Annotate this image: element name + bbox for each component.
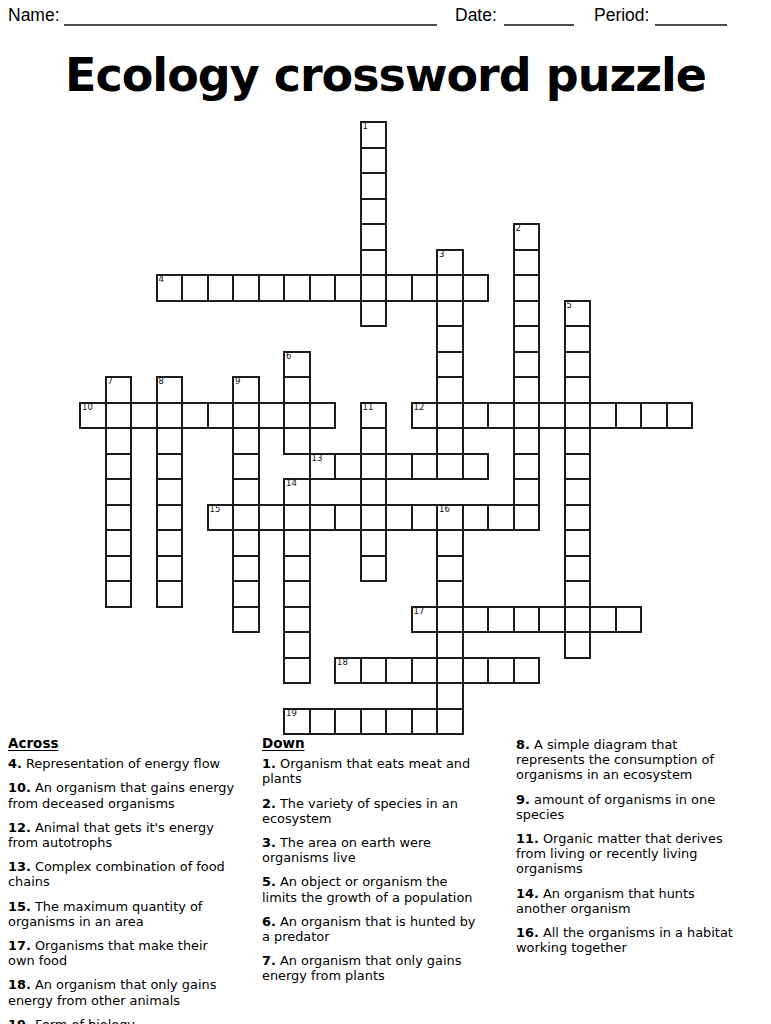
- grid-cell-r6c4[interactable]: [182, 275, 208, 301]
- grid-cell-r11c4[interactable]: [182, 403, 208, 429]
- grid-cell-r11c7[interactable]: [259, 403, 285, 429]
- grid-cell-r11c1[interactable]: [106, 403, 132, 429]
- clue-number-label: 19.: [8, 1017, 31, 1024]
- grid-cell-r11c21[interactable]: [616, 403, 642, 429]
- down-heading: Down: [262, 736, 514, 751]
- grid-cell-r3c11[interactable]: [361, 199, 387, 225]
- grid-cell-r10c14[interactable]: [437, 377, 463, 403]
- clue-7: 7. An organism that only gains energy fr…: [262, 953, 514, 983]
- clue-number-5: 5: [567, 300, 572, 310]
- grid-cell-r5c14[interactable]: 3: [437, 250, 463, 276]
- grid-cell-r13c19[interactable]: [565, 454, 591, 480]
- grid-cell-r16c14[interactable]: [437, 530, 463, 556]
- clue-text: Representation of energy flow: [26, 756, 220, 771]
- clue-text: All the organisms in a habitat working t…: [516, 925, 733, 955]
- grid-cell-r14c19[interactable]: [565, 479, 591, 505]
- clue-11: 11. Organic matter that derives from liv…: [516, 831, 770, 877]
- name-blank-line[interactable]: [64, 6, 437, 26]
- grid-cell-r20c14[interactable]: [437, 632, 463, 658]
- grid-cell-r10c19[interactable]: [565, 377, 591, 403]
- grid-cell-r11c15[interactable]: [463, 403, 489, 429]
- grid-cell-r15c9[interactable]: [310, 505, 336, 531]
- clue-number-7: 7: [108, 376, 113, 386]
- clue-number-label: 13.: [8, 859, 31, 874]
- grid-cell-r6c12[interactable]: [386, 275, 412, 301]
- grid-cell-r17c19[interactable]: [565, 556, 591, 582]
- grid-cell-r7c17[interactable]: [514, 301, 540, 327]
- grid-cell-r11c6[interactable]: [233, 403, 259, 429]
- grid-cell-r11c19[interactable]: [565, 403, 591, 429]
- down-clues-column-1: Down 1. Organism that eats meat and plan…: [262, 736, 514, 993]
- grid-cell-r6c15[interactable]: [463, 275, 489, 301]
- grid-cell-r6c17[interactable]: [514, 275, 540, 301]
- grid-cell-r15c3[interactable]: [157, 505, 183, 531]
- grid-cell-r19c16[interactable]: [488, 607, 514, 633]
- clue-number-13: 13: [312, 453, 323, 463]
- grid-cell-r11c18[interactable]: [539, 403, 565, 429]
- clue-6: 6. An organism that is hunted by a preda…: [262, 914, 514, 944]
- grid-cell-r15c5[interactable]: 15: [208, 505, 234, 531]
- grid-cell-r7c14[interactable]: [437, 301, 463, 327]
- grid-cell-r11c3[interactable]: [157, 403, 183, 429]
- name-label: Name:: [8, 5, 60, 26]
- clue-19: 19. Form of biology: [8, 1017, 258, 1024]
- grid-cell-r21c10[interactable]: 18: [335, 658, 361, 684]
- clue-number-18: 18: [337, 657, 348, 667]
- grid-cell-r0c11[interactable]: 1: [361, 122, 387, 148]
- grid-cell-r23c13[interactable]: [412, 709, 438, 735]
- grid-cell-r14c11[interactable]: [361, 479, 387, 505]
- clue-2: 2. The variety of species in an ecosyste…: [262, 796, 514, 826]
- grid-cell-r10c8[interactable]: [284, 377, 310, 403]
- grid-cell-r15c14[interactable]: 16: [437, 505, 463, 531]
- grid-cell-r6c8[interactable]: [284, 275, 310, 301]
- clue-4: 4. Representation of energy flow: [8, 756, 258, 771]
- grid-cell-r12c19[interactable]: [565, 428, 591, 454]
- grid-cell-r9c17[interactable]: [514, 352, 540, 378]
- grid-cell-r10c6[interactable]: 9: [233, 377, 259, 403]
- clue-text: Complex combination of food chains: [8, 859, 225, 889]
- grid-cell-r15c19[interactable]: [565, 505, 591, 531]
- grid-cell-r14c1[interactable]: [106, 479, 132, 505]
- clue-18: 18. An organism that only gains energy f…: [8, 977, 258, 1007]
- clue-number-9: 9: [235, 376, 240, 386]
- clue-number-label: 18.: [8, 977, 31, 992]
- grid-cell-r13c17[interactable]: [514, 454, 540, 480]
- clue-1: 1. Organism that eats meat and plants: [262, 756, 514, 786]
- grid-cell-r12c8[interactable]: [284, 428, 310, 454]
- clue-number-label: 1.: [262, 756, 276, 771]
- clue-text: An organism that hunts another organism: [516, 886, 695, 916]
- clue-number-label: 6.: [262, 914, 276, 929]
- grid-cell-r23c10[interactable]: [335, 709, 361, 735]
- grid-cell-r13c15[interactable]: [463, 454, 489, 480]
- clue-number-label: 4.: [8, 756, 22, 771]
- clue-number-16: 16: [439, 504, 450, 514]
- clue-number-17: 17: [414, 606, 425, 616]
- grid-cell-r15c16[interactable]: [488, 505, 514, 531]
- grid-cell-r9c19[interactable]: [565, 352, 591, 378]
- grid-cell-r16c1[interactable]: [106, 530, 132, 556]
- clue-text: The maximum quantity of organisms in an …: [8, 899, 202, 929]
- grid-cell-r6c10[interactable]: [335, 275, 361, 301]
- grid-cell-r6c9[interactable]: [310, 275, 336, 301]
- clue-number-3: 3: [439, 249, 444, 259]
- grid-cell-r5c11[interactable]: [361, 250, 387, 276]
- clue-number-label: 2.: [262, 796, 276, 811]
- grid-cell-r16c19[interactable]: [565, 530, 591, 556]
- clue-text: An organism that only gains energy from …: [262, 953, 461, 983]
- across-clues-column: Across 4. Representation of energy flow1…: [8, 736, 258, 1024]
- grid-cell-r15c11[interactable]: [361, 505, 387, 531]
- clue-17: 17. Organisms that make their own food: [8, 938, 258, 968]
- grid-cell-r12c3[interactable]: [157, 428, 183, 454]
- grid-cell-r21c14[interactable]: [437, 658, 463, 684]
- page-title: Ecology crossword puzzle: [0, 46, 771, 104]
- grid-cell-r12c6[interactable]: [233, 428, 259, 454]
- grid-cell-r11c14[interactable]: [437, 403, 463, 429]
- grid-cell-r17c6[interactable]: [233, 556, 259, 582]
- grid-cell-r13c11[interactable]: [361, 454, 387, 480]
- grid-cell-r13c14[interactable]: [437, 454, 463, 480]
- grid-cell-r6c7[interactable]: [259, 275, 285, 301]
- grid-cell-r18c1[interactable]: [106, 581, 132, 607]
- clue-number-label: 7.: [262, 953, 276, 968]
- grid-cell-r11c17[interactable]: [514, 403, 540, 429]
- grid-cell-r5c17[interactable]: [514, 250, 540, 276]
- grid-cell-r6c11[interactable]: [361, 275, 387, 301]
- clue-5: 5. An object or organism the limits the …: [262, 874, 514, 904]
- grid-cell-r23c8[interactable]: 19: [284, 709, 310, 735]
- clue-number-15: 15: [210, 504, 221, 514]
- grid-cell-r7c11[interactable]: [361, 301, 387, 327]
- grid-cell-r21c8[interactable]: [284, 658, 310, 684]
- grid-cell-r18c8[interactable]: [284, 581, 310, 607]
- grid-cell-r6c13[interactable]: [412, 275, 438, 301]
- clue-text: amount of organisms in one species: [516, 792, 715, 822]
- grid-cell-r11c22[interactable]: [641, 403, 667, 429]
- grid-cell-r15c1[interactable]: [106, 505, 132, 531]
- clue-number-label: 12.: [8, 820, 31, 835]
- clue-3: 3. The area on earth were organisms live: [262, 835, 514, 865]
- grid-cell-r19c17[interactable]: [514, 607, 540, 633]
- grid-cell-r19c14[interactable]: [437, 607, 463, 633]
- grid-cell-r15c6[interactable]: [233, 505, 259, 531]
- clue-10: 10. An organism that gains energy from d…: [8, 780, 258, 810]
- clue-text: An organism that gains energy from decea…: [8, 780, 234, 810]
- grid-cell-r10c17[interactable]: [514, 377, 540, 403]
- down-clues-column-2: 8. A simple diagram that represents the …: [516, 737, 770, 964]
- grid-cell-r19c8[interactable]: [284, 607, 310, 633]
- grid-cell-r12c11[interactable]: [361, 428, 387, 454]
- grid-cell-r9c14[interactable]: [437, 352, 463, 378]
- clue-number-label: 17.: [8, 938, 31, 953]
- grid-cell-r10c1[interactable]: 7: [106, 377, 132, 403]
- across-heading: Across: [8, 736, 258, 751]
- grid-cell-r18c14[interactable]: [437, 581, 463, 607]
- grid-cell-r15c8[interactable]: [284, 505, 310, 531]
- clue-12: 12. Animal that gets it's energy from au…: [8, 820, 258, 850]
- grid-cell-r18c3[interactable]: [157, 581, 183, 607]
- clue-text: Organisms that make their own food: [8, 938, 208, 968]
- clue-14: 14. An organism that hunts another organ…: [516, 886, 770, 916]
- grid-cell-r1c11[interactable]: [361, 148, 387, 174]
- grid-cell-r16c11[interactable]: [361, 530, 387, 556]
- grid-cell-r13c6[interactable]: [233, 454, 259, 480]
- grid-cell-r11c20[interactable]: [590, 403, 616, 429]
- grid-cell-r11c23[interactable]: [667, 403, 693, 429]
- grid-cell-r17c1[interactable]: [106, 556, 132, 582]
- grid-cell-r8c19[interactable]: [565, 326, 591, 352]
- grid-cell-r15c12[interactable]: [386, 505, 412, 531]
- clue-number-11: 11: [363, 402, 374, 412]
- grid-cell-r16c8[interactable]: [284, 530, 310, 556]
- down-clue-list-1: 1. Organism that eats meat and plants2. …: [262, 756, 514, 983]
- grid-cell-r11c16[interactable]: [488, 403, 514, 429]
- clue-number-12: 12: [414, 402, 425, 412]
- grid-cell-r18c19[interactable]: [565, 581, 591, 607]
- grid-cell-r14c17[interactable]: [514, 479, 540, 505]
- grid-cell-r14c8[interactable]: 14: [284, 479, 310, 505]
- clue-text: An object or organism the limits the gro…: [262, 874, 473, 904]
- crossword-worksheet: Name: Date: Period: Ecology crossword pu…: [0, 0, 771, 1024]
- grid-cell-r15c10[interactable]: [335, 505, 361, 531]
- grid-cell-r11c0[interactable]: 10: [80, 403, 106, 429]
- grid-cell-r21c11[interactable]: [361, 658, 387, 684]
- clue-number-label: 14.: [516, 886, 539, 901]
- grid-cell-r23c11[interactable]: [361, 709, 387, 735]
- grid-cell-r23c12[interactable]: [386, 709, 412, 735]
- grid-cell-r17c11[interactable]: [361, 556, 387, 582]
- grid-cell-r2c11[interactable]: [361, 173, 387, 199]
- clue-number-label: 5.: [262, 874, 276, 889]
- grid-cell-r17c14[interactable]: [437, 556, 463, 582]
- grid-cell-r6c5[interactable]: [208, 275, 234, 301]
- grid-cell-r10c3[interactable]: 8: [157, 377, 183, 403]
- clue-text: Animal that gets it's energy from autotr…: [8, 820, 214, 850]
- grid-cell-r13c9[interactable]: 13: [310, 454, 336, 480]
- grid-cell-r13c13[interactable]: [412, 454, 438, 480]
- grid-cell-r19c13[interactable]: 17: [412, 607, 438, 633]
- grid-cell-r21c15[interactable]: [463, 658, 489, 684]
- grid-cell-r7c19[interactable]: 5: [565, 301, 591, 327]
- grid-cell-r9c8[interactable]: 6: [284, 352, 310, 378]
- clue-text: An organism that is hunted by a predator: [262, 914, 476, 944]
- grid-cell-r15c7[interactable]: [259, 505, 285, 531]
- clue-number-8: 8: [159, 376, 164, 386]
- grid-cell-r11c13[interactable]: 12: [412, 403, 438, 429]
- clue-number-label: 11.: [516, 831, 539, 846]
- clue-text: Organic matter that derives from living …: [516, 831, 723, 876]
- clue-number-label: 16.: [516, 925, 539, 940]
- grid-cell-r15c13[interactable]: [412, 505, 438, 531]
- grid-cell-r19c19[interactable]: [565, 607, 591, 633]
- grid-cell-r20c8[interactable]: [284, 632, 310, 658]
- grid-cell-r11c8[interactable]: [284, 403, 310, 429]
- grid-cell-r19c6[interactable]: [233, 607, 259, 633]
- grid-cell-r11c11[interactable]: 11: [361, 403, 387, 429]
- clue-text: The area on earth were organisms live: [262, 835, 431, 865]
- grid-cell-r19c18[interactable]: [539, 607, 565, 633]
- grid-cell-r13c12[interactable]: [386, 454, 412, 480]
- grid-cell-r8c17[interactable]: [514, 326, 540, 352]
- clue-number-label: 9.: [516, 792, 530, 807]
- grid-cell-r23c14[interactable]: [437, 709, 463, 735]
- grid-cell-r6c3[interactable]: 4: [157, 275, 183, 301]
- clue-number-14: 14: [286, 478, 297, 488]
- grid-cell-r15c15[interactable]: [463, 505, 489, 531]
- grid-cell-r11c5[interactable]: [208, 403, 234, 429]
- clue-number-4: 4: [159, 274, 164, 284]
- grid-cell-r14c6[interactable]: [233, 479, 259, 505]
- clue-number-2: 2: [516, 223, 521, 233]
- grid-cell-r19c15[interactable]: [463, 607, 489, 633]
- clue-9: 9. amount of organisms in one species: [516, 792, 770, 822]
- clue-13: 13. Complex combination of food chains: [8, 859, 258, 889]
- clue-number-19: 19: [286, 708, 297, 718]
- grid-cell-r18c6[interactable]: [233, 581, 259, 607]
- grid-cell-r8c14[interactable]: [437, 326, 463, 352]
- grid-cell-r11c9[interactable]: [310, 403, 336, 429]
- clue-number-label: 3.: [262, 835, 276, 850]
- clue-number-label: 10.: [8, 780, 31, 795]
- grid-cell-r17c8[interactable]: [284, 556, 310, 582]
- clue-text: The variety of species in an ecosystem: [262, 796, 458, 826]
- across-clue-list: 4. Representation of energy flow10. An o…: [8, 756, 258, 1024]
- period-blank-line[interactable]: [655, 6, 727, 26]
- clue-number-1: 1: [363, 121, 368, 131]
- clue-text: Organism that eats meat and plants: [262, 756, 470, 786]
- date-label: Date:: [455, 5, 497, 26]
- grid-cell-r13c10[interactable]: [335, 454, 361, 480]
- clue-16: 16. All the organisms in a habitat worki…: [516, 925, 770, 955]
- period-label: Period:: [594, 5, 649, 26]
- date-blank-line[interactable]: [504, 6, 574, 26]
- grid-cell-r17c3[interactable]: [157, 556, 183, 582]
- grid-cell-r16c6[interactable]: [233, 530, 259, 556]
- grid-cell-r16c3[interactable]: [157, 530, 183, 556]
- down-clue-list-2: 8. A simple diagram that represents the …: [516, 737, 770, 955]
- clue-number-10: 10: [82, 402, 93, 412]
- grid-cell-r13c3[interactable]: [157, 454, 183, 480]
- grid-cell-r23c9[interactable]: [310, 709, 336, 735]
- clue-text: Form of biology: [35, 1017, 135, 1024]
- grid-cell-r4c11[interactable]: [361, 224, 387, 250]
- clue-15: 15. The maximum quantity of organisms in…: [8, 899, 258, 929]
- grid-cell-r6c14[interactable]: [437, 275, 463, 301]
- clue-number-label: 15.: [8, 899, 31, 914]
- grid-cell-r15c17[interactable]: [514, 505, 540, 531]
- grid-cell-r21c13[interactable]: [412, 658, 438, 684]
- grid-cell-r22c14[interactable]: [437, 683, 463, 709]
- grid-cell-r13c1[interactable]: [106, 454, 132, 480]
- clue-number-label: 8.: [516, 737, 530, 752]
- grid-cell-r12c17[interactable]: [514, 428, 540, 454]
- clue-number-6: 6: [286, 351, 291, 361]
- grid-cell-r14c3[interactable]: [157, 479, 183, 505]
- grid-cell-r21c16[interactable]: [488, 658, 514, 684]
- grid-cell-r12c14[interactable]: [437, 428, 463, 454]
- clue-8: 8. A simple diagram that represents the …: [516, 737, 770, 783]
- grid-cell-r11c2[interactable]: [131, 403, 157, 429]
- crossword-grid[interactable]: 12345678910111213141516171819: [80, 122, 692, 734]
- clue-text: An organism that only gains energy from …: [8, 977, 216, 1007]
- grid-cell-r21c12[interactable]: [386, 658, 412, 684]
- grid-cell-r4c17[interactable]: 2: [514, 224, 540, 250]
- grid-cell-r19c21[interactable]: [616, 607, 642, 633]
- grid-cell-r21c17[interactable]: [514, 658, 540, 684]
- grid-cell-r12c1[interactable]: [106, 428, 132, 454]
- grid-cell-r19c20[interactable]: [590, 607, 616, 633]
- grid-cell-r20c19[interactable]: [565, 632, 591, 658]
- grid-cell-r6c6[interactable]: [233, 275, 259, 301]
- clue-text: A simple diagram that represents the con…: [516, 737, 714, 782]
